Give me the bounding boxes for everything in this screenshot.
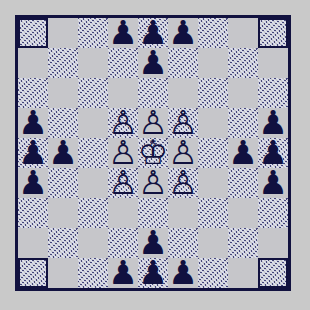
- square-g6[interactable]: [198, 108, 228, 138]
- square-c9[interactable]: [78, 18, 108, 48]
- square-c8[interactable]: [78, 48, 108, 78]
- piece-king-e5: ♔: [138, 135, 168, 169]
- square-d6[interactable]: ♙: [108, 108, 138, 138]
- square-e4[interactable]: ♙: [138, 168, 168, 198]
- square-g9[interactable]: [198, 18, 228, 48]
- square-f8[interactable]: [168, 48, 198, 78]
- square-e9[interactable]: ♟: [138, 18, 168, 48]
- piece-attacker-d9: ♟: [108, 16, 138, 49]
- square-f4[interactable]: ♙: [168, 168, 198, 198]
- tablut-game-screen: ♟♟♟♟♟♙♙♙♟♟♟♙♔♙♟♟♟♙♙♙♟♟♟♟♟: [0, 0, 310, 310]
- piece-defender-f6: ♙: [168, 106, 198, 139]
- square-c5[interactable]: [78, 138, 108, 168]
- square-g7[interactable]: [198, 78, 228, 108]
- piece-attacker-a6: ♟: [18, 106, 48, 139]
- tafl-board: ♟♟♟♟♟♙♙♙♟♟♟♙♔♙♟♟♟♙♙♙♟♟♟♟♟: [15, 15, 291, 291]
- piece-defender-f4: ♙: [168, 166, 198, 199]
- square-c4[interactable]: [78, 168, 108, 198]
- square-g1[interactable]: [198, 258, 228, 288]
- square-i8[interactable]: [258, 48, 288, 78]
- piece-attacker-i6: ♟: [258, 106, 288, 139]
- piece-attacker-f1: ♟: [168, 256, 198, 289]
- square-b3[interactable]: [48, 198, 78, 228]
- square-i4[interactable]: ♟: [258, 168, 288, 198]
- square-h5[interactable]: ♟: [228, 138, 258, 168]
- square-h6[interactable]: [228, 108, 258, 138]
- square-b4[interactable]: [48, 168, 78, 198]
- corner-escape-square-i1[interactable]: [258, 258, 288, 288]
- square-g2[interactable]: [198, 228, 228, 258]
- piece-defender-e6: ♙: [138, 106, 168, 139]
- square-c6[interactable]: [78, 108, 108, 138]
- square-a7[interactable]: [18, 78, 48, 108]
- piece-attacker-i5: ♟: [258, 136, 288, 169]
- square-e1[interactable]: ♟: [138, 258, 168, 288]
- piece-attacker-a5: ♟: [18, 136, 48, 169]
- square-e3[interactable]: [138, 198, 168, 228]
- square-f2[interactable]: [168, 228, 198, 258]
- square-b9[interactable]: [48, 18, 78, 48]
- square-d1[interactable]: ♟: [108, 258, 138, 288]
- square-h9[interactable]: [228, 18, 258, 48]
- square-d9[interactable]: ♟: [108, 18, 138, 48]
- square-b7[interactable]: [48, 78, 78, 108]
- square-h4[interactable]: [228, 168, 258, 198]
- piece-defender-d5: ♙: [108, 136, 138, 169]
- square-h8[interactable]: [228, 48, 258, 78]
- square-d4[interactable]: ♙: [108, 168, 138, 198]
- throne-square-e5[interactable]: ♔: [138, 138, 168, 168]
- square-c7[interactable]: [78, 78, 108, 108]
- piece-attacker-f9: ♟: [168, 16, 198, 49]
- piece-attacker-e1: ♟: [138, 256, 168, 289]
- square-b5[interactable]: ♟: [48, 138, 78, 168]
- square-a6[interactable]: ♟: [18, 108, 48, 138]
- square-g5[interactable]: [198, 138, 228, 168]
- square-d2[interactable]: [108, 228, 138, 258]
- piece-defender-f5: ♙: [168, 136, 198, 169]
- square-f3[interactable]: [168, 198, 198, 228]
- square-f1[interactable]: ♟: [168, 258, 198, 288]
- square-g8[interactable]: [198, 48, 228, 78]
- corner-escape-square-i9[interactable]: [258, 18, 288, 48]
- square-h7[interactable]: [228, 78, 258, 108]
- square-i6[interactable]: ♟: [258, 108, 288, 138]
- square-h3[interactable]: [228, 198, 258, 228]
- piece-attacker-h5: ♟: [228, 136, 258, 169]
- square-c2[interactable]: [78, 228, 108, 258]
- piece-attacker-d1: ♟: [108, 256, 138, 289]
- piece-attacker-b5: ♟: [48, 136, 78, 169]
- piece-attacker-e9: ♟: [138, 16, 168, 49]
- square-i7[interactable]: [258, 78, 288, 108]
- square-i5[interactable]: ♟: [258, 138, 288, 168]
- square-f5[interactable]: ♙: [168, 138, 198, 168]
- square-g4[interactable]: [198, 168, 228, 198]
- square-d7[interactable]: [108, 78, 138, 108]
- square-c3[interactable]: [78, 198, 108, 228]
- square-a4[interactable]: ♟: [18, 168, 48, 198]
- square-h1[interactable]: [228, 258, 258, 288]
- square-h2[interactable]: [228, 228, 258, 258]
- square-e2[interactable]: ♟: [138, 228, 168, 258]
- square-f7[interactable]: [168, 78, 198, 108]
- square-b1[interactable]: [48, 258, 78, 288]
- square-a5[interactable]: ♟: [18, 138, 48, 168]
- square-b2[interactable]: [48, 228, 78, 258]
- square-g3[interactable]: [198, 198, 228, 228]
- piece-attacker-e2: ♟: [138, 226, 168, 259]
- piece-defender-d4: ♙: [108, 166, 138, 199]
- piece-attacker-a4: ♟: [18, 166, 48, 199]
- square-f6[interactable]: ♙: [168, 108, 198, 138]
- square-b6[interactable]: [48, 108, 78, 138]
- square-d3[interactable]: [108, 198, 138, 228]
- corner-escape-square-a1[interactable]: [18, 258, 48, 288]
- square-d8[interactable]: [108, 48, 138, 78]
- square-d5[interactable]: ♙: [108, 138, 138, 168]
- piece-attacker-e8: ♟: [138, 46, 168, 79]
- square-c1[interactable]: [78, 258, 108, 288]
- piece-attacker-i4: ♟: [258, 166, 288, 199]
- corner-escape-square-a9[interactable]: [18, 18, 48, 48]
- square-i2[interactable]: [258, 228, 288, 258]
- piece-defender-e4: ♙: [138, 166, 168, 199]
- square-i3[interactable]: [258, 198, 288, 228]
- square-b8[interactable]: [48, 48, 78, 78]
- square-a3[interactable]: [18, 198, 48, 228]
- square-e6[interactable]: ♙: [138, 108, 168, 138]
- square-a8[interactable]: [18, 48, 48, 78]
- square-f9[interactable]: ♟: [168, 18, 198, 48]
- piece-defender-d6: ♙: [108, 106, 138, 139]
- square-e8[interactable]: ♟: [138, 48, 168, 78]
- square-e7[interactable]: [138, 78, 168, 108]
- square-a2[interactable]: [18, 228, 48, 258]
